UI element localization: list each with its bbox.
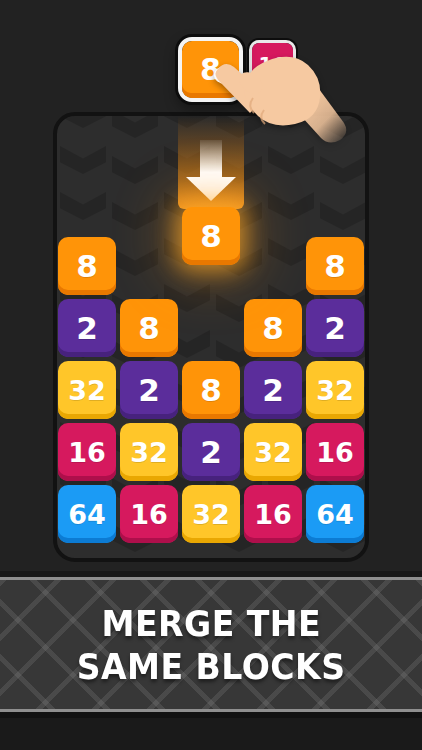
hand-cursor-icon bbox=[208, 48, 348, 148]
app-screen: 16 8 8 88288232282321632232166416321664 bbox=[0, 0, 422, 750]
tile-r3c2: 2 bbox=[120, 361, 178, 419]
tile-r5c4: 16 bbox=[244, 485, 302, 543]
game-board[interactable]: 8 88288232282321632232166416321664 bbox=[53, 112, 369, 562]
tile-r4c2: 32 bbox=[120, 423, 178, 481]
tile-r5c5: 64 bbox=[306, 485, 364, 543]
tile-r3c5: 32 bbox=[306, 361, 364, 419]
tile-r2c4: 8 bbox=[244, 299, 302, 357]
tile-r2c2: 8 bbox=[120, 299, 178, 357]
tile-r3c3: 8 bbox=[182, 361, 240, 419]
tile-r1c5: 8 bbox=[306, 237, 364, 295]
tile-r5c1: 64 bbox=[58, 485, 116, 543]
tile-r4c5: 16 bbox=[306, 423, 364, 481]
falling-tile: 8 bbox=[182, 207, 240, 265]
instruction-banner: MERGE THE SAME BLOCKS bbox=[0, 577, 422, 712]
tile-r5c2: 16 bbox=[120, 485, 178, 543]
tile-r2c1: 2 bbox=[58, 299, 116, 357]
tile-r4c1: 16 bbox=[58, 423, 116, 481]
banner-line2: SAME BLOCKS bbox=[77, 646, 346, 687]
banner-line1: MERGE THE bbox=[101, 603, 321, 644]
footer-area bbox=[0, 712, 422, 750]
tile-r2c5: 2 bbox=[306, 299, 364, 357]
tile-r4c3: 2 bbox=[182, 423, 240, 481]
board-pattern: 8 88288232282321632232166416321664 bbox=[57, 116, 365, 558]
tile-r1c1: 8 bbox=[58, 237, 116, 295]
tile-r3c1: 32 bbox=[58, 361, 116, 419]
tile-r3c4: 2 bbox=[244, 361, 302, 419]
tile-r5c3: 32 bbox=[182, 485, 240, 543]
tile-r4c4: 32 bbox=[244, 423, 302, 481]
tile-grid: 88288232282321632232166416321664 bbox=[58, 237, 364, 543]
